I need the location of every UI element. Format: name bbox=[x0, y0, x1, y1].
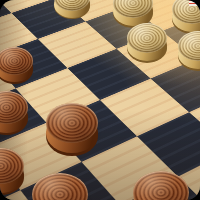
piece-top bbox=[0, 47, 33, 75]
piece-top bbox=[46, 103, 98, 143]
app-icon[interactable] bbox=[0, 0, 200, 200]
flag-stripes-corner bbox=[189, 0, 200, 6]
piece-top bbox=[127, 23, 167, 53]
